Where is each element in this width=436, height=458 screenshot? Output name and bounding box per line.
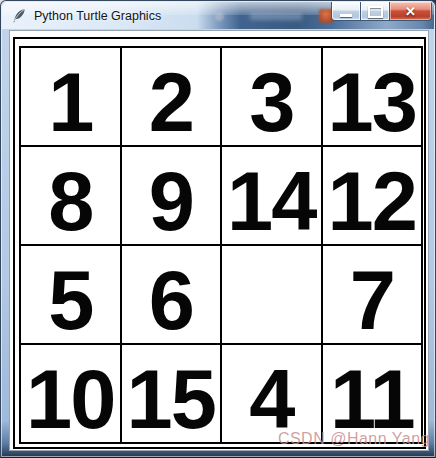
background-bleed-text xyxy=(250,13,302,20)
close-icon: ✕ xyxy=(405,5,416,18)
tile-r1c3[interactable]: 12 xyxy=(322,146,423,245)
tile-r1c1[interactable]: 9 xyxy=(121,146,222,245)
tile-r2c0[interactable]: 5 xyxy=(20,245,121,344)
tile-r3c0[interactable]: 10 xyxy=(20,344,121,443)
tile-r0c2[interactable]: 3 xyxy=(221,47,322,146)
tile-r0c3[interactable]: 13 xyxy=(322,47,423,146)
tile-r2c3[interactable]: 7 xyxy=(322,245,423,344)
empty-cell-r2c2 xyxy=(221,245,322,344)
window-title: Python Turtle Graphics xyxy=(34,9,161,23)
close-button[interactable]: ✕ xyxy=(389,2,432,21)
tile-r0c0[interactable]: 1 xyxy=(20,47,121,146)
tile-r0c1[interactable]: 2 xyxy=(121,47,222,146)
background-bleed-dot xyxy=(215,12,224,21)
tile-r3c1[interactable]: 15 xyxy=(121,344,222,443)
minimize-icon xyxy=(340,14,352,17)
title-bar[interactable]: Python Turtle Graphics ✕ xyxy=(2,2,434,29)
tile-r3c2[interactable]: 4 xyxy=(221,344,322,443)
tile-r2c1[interactable]: 6 xyxy=(121,245,222,344)
minimize-button[interactable] xyxy=(331,2,361,21)
turtle-graphics-window: Python Turtle Graphics ✕ 1 2 3 13 8 9 14… xyxy=(0,0,436,458)
turtle-canvas: 1 2 3 13 8 9 14 12 5 6 7 10 15 4 11 xyxy=(9,30,429,451)
tk-feather-icon[interactable] xyxy=(11,8,27,24)
maximize-icon xyxy=(368,6,383,18)
puzzle-board: 1 2 3 13 8 9 14 12 5 6 7 10 15 4 11 xyxy=(19,46,423,444)
maximize-button[interactable] xyxy=(360,2,390,21)
tile-r1c2[interactable]: 14 xyxy=(221,146,322,245)
window-controls: ✕ xyxy=(331,2,432,21)
tile-r3c3[interactable]: 11 xyxy=(322,344,423,443)
tile-r1c0[interactable]: 8 xyxy=(20,146,121,245)
csdn-watermark: CSDN @Hann Yang xyxy=(278,430,430,448)
